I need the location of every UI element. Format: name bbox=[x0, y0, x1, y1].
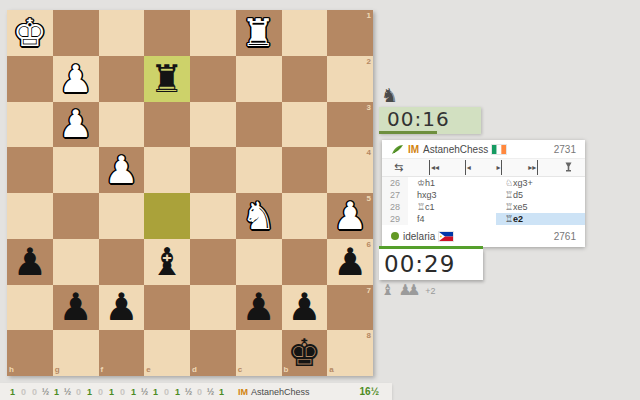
lichess-tv-embed: ♚♜1♟♜2♟3♟4♞♟5♟♝♟6♟♟♟♟7hgfedc♚ba8 100½1½0… bbox=[0, 0, 640, 400]
square-b2 bbox=[282, 56, 328, 102]
top-player-title: IM bbox=[408, 144, 419, 155]
file-label-c: c bbox=[238, 366, 242, 374]
result-item[interactable]: ½ bbox=[62, 387, 73, 397]
square-h2 bbox=[7, 56, 53, 102]
square-d6 bbox=[190, 239, 236, 285]
result-item[interactable]: 1 bbox=[51, 387, 62, 397]
square-h3 bbox=[7, 102, 53, 148]
square-b3 bbox=[282, 102, 328, 148]
results-bar: 100½1½010101½101½0½1 IM AstanehChess 16½ bbox=[0, 383, 392, 400]
online-dot-icon bbox=[391, 232, 399, 240]
square-a3: 3 bbox=[327, 102, 373, 148]
move-number: 26 bbox=[382, 177, 408, 189]
result-item[interactable]: 1 bbox=[7, 387, 18, 397]
move-white-26[interactable]: ♔h1 bbox=[408, 177, 496, 189]
square-g5 bbox=[53, 193, 99, 239]
square-b4 bbox=[282, 147, 328, 193]
square-b6 bbox=[282, 239, 328, 285]
square-e6: ♝ bbox=[144, 239, 190, 285]
flip-board-button[interactable]: ⇆ bbox=[394, 160, 403, 175]
result-item[interactable]: 1 bbox=[172, 387, 183, 397]
square-h4 bbox=[7, 147, 53, 193]
square-d2 bbox=[190, 56, 236, 102]
analysis-board-button[interactable] bbox=[564, 162, 573, 173]
square-b8: ♚b bbox=[282, 330, 328, 376]
top-player-clock: 00:16 bbox=[379, 107, 481, 134]
square-g7: ♟ bbox=[53, 285, 99, 331]
piece-white-R-c1: ♜ bbox=[242, 14, 276, 52]
philippines-flag-icon bbox=[439, 232, 453, 241]
piece-white-P-g3: ♟ bbox=[59, 105, 93, 143]
result-item[interactable]: 1 bbox=[128, 387, 139, 397]
piece-black-P-c7: ♟ bbox=[242, 288, 276, 326]
square-f5 bbox=[99, 193, 145, 239]
piece-white-P-f4: ♟ bbox=[104, 151, 138, 189]
square-f1 bbox=[99, 10, 145, 56]
result-item[interactable]: 0 bbox=[95, 387, 106, 397]
result-item[interactable]: 1 bbox=[150, 387, 161, 397]
square-d5 bbox=[190, 193, 236, 239]
piece-black-K-b8: ♚ bbox=[287, 334, 321, 372]
move-row-29: 29f4♖e2 bbox=[382, 213, 585, 225]
square-d7 bbox=[190, 285, 236, 331]
result-item[interactable]: 0 bbox=[18, 387, 29, 397]
result-item[interactable]: ½ bbox=[183, 387, 194, 397]
square-f2 bbox=[99, 56, 145, 102]
piece-black-P-f7: ♟ bbox=[104, 288, 138, 326]
square-c8: c bbox=[236, 330, 282, 376]
square-g8: g bbox=[53, 330, 99, 376]
top-player-row[interactable]: IM AstanehChess 2731 bbox=[382, 140, 585, 158]
captured-bishop-icon: ♝ bbox=[381, 283, 394, 298]
rank-label-6: 6 bbox=[367, 241, 371, 249]
file-label-a: a bbox=[329, 366, 333, 374]
piece-black-P-b7: ♟ bbox=[287, 288, 321, 326]
move-black-29[interactable]: ♖e2 bbox=[496, 213, 585, 225]
move-row-26: 26♔h1♘xg3+ bbox=[382, 177, 585, 189]
results-player-name[interactable]: AstanehChess bbox=[251, 387, 310, 397]
piece-white-K-h1: ♚ bbox=[13, 14, 47, 52]
bottom-player-clock: 00:29 bbox=[379, 249, 483, 280]
square-d1 bbox=[190, 10, 236, 56]
square-e7 bbox=[144, 285, 190, 331]
results-player-title: IM bbox=[238, 387, 248, 397]
move-black-28[interactable]: ♖xe5 bbox=[496, 201, 585, 213]
square-a7: 7 bbox=[327, 285, 373, 331]
results-score: 16½ bbox=[360, 386, 379, 397]
square-a8: a8 bbox=[327, 330, 373, 376]
result-item[interactable]: 1 bbox=[106, 387, 117, 397]
square-a1: 1 bbox=[327, 10, 373, 56]
result-item[interactable]: 0 bbox=[29, 387, 40, 397]
square-f8: f bbox=[99, 330, 145, 376]
top-clock-time: 00:16 bbox=[379, 107, 481, 132]
piece-white-P-g2: ♟ bbox=[59, 60, 93, 98]
square-e8: e bbox=[144, 330, 190, 376]
square-e5 bbox=[144, 193, 190, 239]
rank-label-7: 7 bbox=[367, 287, 371, 295]
square-g1 bbox=[53, 10, 99, 56]
square-f4: ♟ bbox=[99, 147, 145, 193]
file-label-h: h bbox=[9, 366, 14, 374]
square-h8: h bbox=[7, 330, 53, 376]
bottom-player-name[interactable]: idelaria bbox=[403, 231, 435, 242]
result-item[interactable]: ½ bbox=[205, 387, 216, 397]
result-item[interactable]: ½ bbox=[40, 387, 51, 397]
square-f6 bbox=[99, 239, 145, 285]
bottom-clock-time: 00:29 bbox=[379, 249, 483, 279]
square-c4 bbox=[236, 147, 282, 193]
captured-pieces: ♝♟♟+2 bbox=[381, 283, 436, 298]
bottom-player-rating: 2761 bbox=[554, 231, 576, 242]
square-b1 bbox=[282, 10, 328, 56]
square-c6 bbox=[236, 239, 282, 285]
square-e3 bbox=[144, 102, 190, 148]
square-g3: ♟ bbox=[53, 102, 99, 148]
piece-black-P-h6: ♟ bbox=[13, 243, 47, 281]
file-label-g: g bbox=[55, 366, 60, 374]
square-h5 bbox=[7, 193, 53, 239]
file-label-d: d bbox=[192, 366, 197, 374]
piece-black-R-e2: ♜ bbox=[150, 60, 184, 98]
result-item[interactable]: 1 bbox=[84, 387, 95, 397]
rank-label-2: 2 bbox=[367, 58, 371, 66]
captured-pawn-icon: ♟♟ bbox=[398, 283, 420, 298]
ireland-flag-icon bbox=[492, 145, 506, 154]
rank-label-5: 5 bbox=[367, 195, 371, 203]
move-number: 28 bbox=[382, 201, 408, 213]
move-black-26[interactable]: ♘xg3+ bbox=[496, 177, 585, 189]
square-d4 bbox=[190, 147, 236, 193]
square-d8: d bbox=[190, 330, 236, 376]
square-c2 bbox=[236, 56, 282, 102]
piece-white-P-a5: ♟ bbox=[333, 197, 367, 235]
move-white-29[interactable]: f4 bbox=[408, 213, 496, 225]
rank-label-8: 8 bbox=[367, 332, 371, 340]
square-e1 bbox=[144, 10, 190, 56]
move-white-28[interactable]: ♖c1 bbox=[408, 201, 496, 213]
result-item[interactable]: 1 bbox=[216, 387, 227, 397]
piece-black-B-e6: ♝ bbox=[150, 243, 184, 281]
piece-black-P-g7: ♟ bbox=[59, 288, 93, 326]
material-advantage: +2 bbox=[425, 285, 435, 298]
top-clock-progress-bar bbox=[379, 131, 437, 134]
top-player-rating: 2731 bbox=[554, 144, 576, 155]
rank-label-3: 3 bbox=[367, 104, 371, 112]
square-a4: 4 bbox=[327, 147, 373, 193]
result-item[interactable]: 0 bbox=[194, 387, 205, 397]
go-last-button[interactable]: ▸▸ bbox=[528, 160, 538, 175]
move-white-27[interactable]: hxg3 bbox=[408, 189, 496, 201]
square-e4 bbox=[144, 147, 190, 193]
result-item[interactable]: 0 bbox=[73, 387, 84, 397]
top-player-name[interactable]: AstanehChess bbox=[423, 144, 488, 155]
square-c3 bbox=[236, 102, 282, 148]
square-f7: ♟ bbox=[99, 285, 145, 331]
square-g2: ♟ bbox=[53, 56, 99, 102]
rank-label-1: 1 bbox=[367, 12, 371, 20]
square-a6: ♟6 bbox=[327, 239, 373, 285]
square-e2: ♜ bbox=[144, 56, 190, 102]
result-item[interactable]: 0 bbox=[161, 387, 172, 397]
move-number: 27 bbox=[382, 189, 408, 201]
move-list: 26♔h1♘xg3+27hxg3♖d528♖c1♖xe529f4♖e2 bbox=[382, 177, 585, 225]
move-row-28: 28♖c1♖xe5 bbox=[382, 201, 585, 213]
piece-black-P-a6: ♟ bbox=[333, 243, 367, 281]
file-label-f: f bbox=[101, 366, 104, 374]
bottom-player-row[interactable]: idelaria 2761 bbox=[382, 225, 585, 247]
go-next-button[interactable]: ▸ bbox=[496, 160, 502, 175]
square-h6: ♟ bbox=[7, 239, 53, 285]
square-g4 bbox=[53, 147, 99, 193]
file-label-b: b bbox=[284, 366, 289, 374]
square-g6 bbox=[53, 239, 99, 285]
game-info-panel: IM AstanehChess 2731 ⇆ ◂◂ ◂ ▸ ▸▸ 26♔h1♘x… bbox=[382, 140, 585, 247]
piece-white-N-c5: ♞ bbox=[242, 197, 276, 235]
square-a5: ♟5 bbox=[327, 193, 373, 239]
square-c7: ♟ bbox=[236, 285, 282, 331]
knight-icon: ♞ bbox=[381, 86, 398, 105]
result-item[interactable]: 0 bbox=[117, 387, 128, 397]
move-row-27: 27hxg3♖d5 bbox=[382, 189, 585, 201]
chess-board: ♚♜1♟♜2♟3♟4♞♟5♟♝♟6♟♟♟♟7hgfedc♚ba8 bbox=[7, 10, 373, 376]
go-previous-button[interactable]: ◂ bbox=[465, 160, 471, 175]
result-item[interactable]: ½ bbox=[139, 387, 150, 397]
move-number: 29 bbox=[382, 213, 408, 225]
square-h7 bbox=[7, 285, 53, 331]
move-black-27[interactable]: ♖d5 bbox=[496, 189, 585, 201]
square-b7: ♟ bbox=[282, 285, 328, 331]
streamer-icon bbox=[391, 144, 404, 155]
square-a2: 2 bbox=[327, 56, 373, 102]
square-c5: ♞ bbox=[236, 193, 282, 239]
results-list: 100½1½010101½101½0½1 bbox=[0, 387, 227, 397]
move-nav-toolbar: ⇆ ◂◂ ◂ ▸ ▸▸ bbox=[382, 158, 585, 177]
square-f3 bbox=[99, 102, 145, 148]
square-b5 bbox=[282, 193, 328, 239]
file-label-e: e bbox=[146, 366, 150, 374]
square-c1: ♜ bbox=[236, 10, 282, 56]
rank-label-4: 4 bbox=[367, 149, 371, 157]
square-d3 bbox=[190, 102, 236, 148]
go-first-button[interactable]: ◂◂ bbox=[429, 160, 439, 175]
square-h1: ♚ bbox=[7, 10, 53, 56]
